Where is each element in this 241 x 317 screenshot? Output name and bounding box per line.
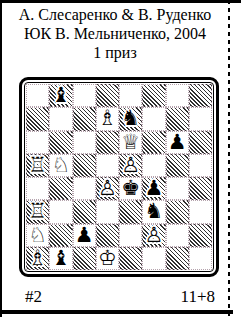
problem-header: А. Слесаренко & В. Руденко ЮК В. Мельнич…: [1, 5, 229, 62]
top-border-rule: [0, 0, 241, 3]
square-a5: ♖: [26, 154, 49, 177]
square-c7: [73, 107, 96, 130]
square-h1: [189, 247, 212, 270]
caption-row: #2 11+8: [25, 287, 215, 307]
material-count-label: 11+8: [181, 287, 215, 307]
board-inner-frame: ♝♗♞♕♟♖♘♙♙♚♟♖♞♘♟♙♗♝♔: [24, 82, 214, 272]
authors-line: А. Слесаренко & В. Руденко: [1, 5, 229, 24]
square-f1: [142, 247, 165, 270]
square-b1: ♝: [49, 247, 72, 270]
chess-board: ♝♗♞♕♟♖♘♙♙♚♟♖♞♘♟♙♗♝♔: [26, 84, 212, 270]
bottom-border-rule: [0, 310, 233, 314]
square-d6: [96, 131, 119, 154]
square-f5: [142, 154, 165, 177]
square-c4: [73, 177, 96, 200]
piece-white-pawn: ♙: [144, 224, 163, 247]
square-d7: ♗: [96, 107, 119, 130]
square-e6: ♕: [119, 131, 142, 154]
square-c3: [73, 200, 96, 223]
piece-black-bishop: ♝: [51, 84, 70, 107]
square-g6: ♟: [166, 131, 189, 154]
piece-white-knight: ♘: [28, 224, 47, 247]
clipped-diagram-page: А. Слесаренко & В. Руденко ЮК В. Мельнич…: [0, 0, 241, 317]
square-c5: [73, 154, 96, 177]
piece-white-pawn: ♙: [121, 154, 140, 177]
square-g2: [166, 224, 189, 247]
square-a2: ♘: [26, 224, 49, 247]
square-d5: [96, 154, 119, 177]
square-g4: [166, 177, 189, 200]
piece-black-bishop: ♝: [51, 247, 70, 270]
square-a1: ♗: [26, 247, 49, 270]
square-b6: [49, 131, 72, 154]
piece-white-bishop: ♗: [28, 247, 47, 270]
piece-white-pawn: ♙: [98, 177, 117, 200]
square-e8: [119, 84, 142, 107]
square-h6: [189, 131, 212, 154]
square-e2: [119, 224, 142, 247]
tourney-line: ЮК В. Мельниченко, 2004: [1, 24, 229, 43]
square-b2: [49, 224, 72, 247]
square-g7: [166, 107, 189, 130]
square-d4: ♙: [96, 177, 119, 200]
square-d2: [96, 224, 119, 247]
square-f3: ♞: [142, 200, 165, 223]
square-g3: [166, 200, 189, 223]
square-a7: [26, 107, 49, 130]
piece-white-queen: ♕: [121, 131, 140, 154]
square-h8: [189, 84, 212, 107]
square-e3: [119, 200, 142, 223]
piece-black-knight: ♞: [121, 107, 140, 130]
square-h7: [189, 107, 212, 130]
square-e5: ♙: [119, 154, 142, 177]
square-h4: [189, 177, 212, 200]
square-b8: ♝: [49, 84, 72, 107]
square-c1: [73, 247, 96, 270]
board-frame: ♝♗♞♕♟♖♘♙♙♚♟♖♞♘♟♙♗♝♔: [19, 77, 219, 277]
stipulation-label: #2: [25, 287, 42, 307]
square-c2: ♟: [73, 224, 96, 247]
square-a8: [26, 84, 49, 107]
square-d3: [96, 200, 119, 223]
square-b5: ♘: [49, 154, 72, 177]
square-f7: [142, 107, 165, 130]
square-h3: [189, 200, 212, 223]
piece-white-king: ♔: [98, 247, 117, 270]
piece-black-pawn: ♟: [168, 131, 187, 154]
piece-white-bishop: ♗: [98, 107, 117, 130]
square-b7: [49, 107, 72, 130]
square-a3: ♖: [26, 200, 49, 223]
square-e7: ♞: [119, 107, 142, 130]
square-e1: [119, 247, 142, 270]
square-f4: ♟: [142, 177, 165, 200]
square-d8: [96, 84, 119, 107]
square-g5: [166, 154, 189, 177]
piece-black-pawn: ♟: [144, 177, 163, 200]
square-h2: [189, 224, 212, 247]
square-f2: ♙: [142, 224, 165, 247]
square-b3: [49, 200, 72, 223]
piece-white-rook: ♖: [28, 154, 47, 177]
square-g8: [166, 84, 189, 107]
square-f8: [142, 84, 165, 107]
square-e4: ♚: [119, 177, 142, 200]
square-h5: [189, 154, 212, 177]
square-a6: [26, 131, 49, 154]
square-g1: [166, 247, 189, 270]
piece-black-knight: ♞: [144, 200, 163, 223]
piece-black-pawn: ♟: [75, 224, 94, 247]
square-c6: [73, 131, 96, 154]
square-a4: [26, 177, 49, 200]
square-c8: [73, 84, 96, 107]
piece-white-knight: ♘: [51, 154, 70, 177]
square-d1: ♔: [96, 247, 119, 270]
award-line: 1 приз: [1, 43, 229, 62]
square-f6: [142, 131, 165, 154]
square-b4: [49, 177, 72, 200]
piece-white-rook: ♖: [28, 200, 47, 223]
piece-black-king: ♚: [121, 177, 140, 200]
